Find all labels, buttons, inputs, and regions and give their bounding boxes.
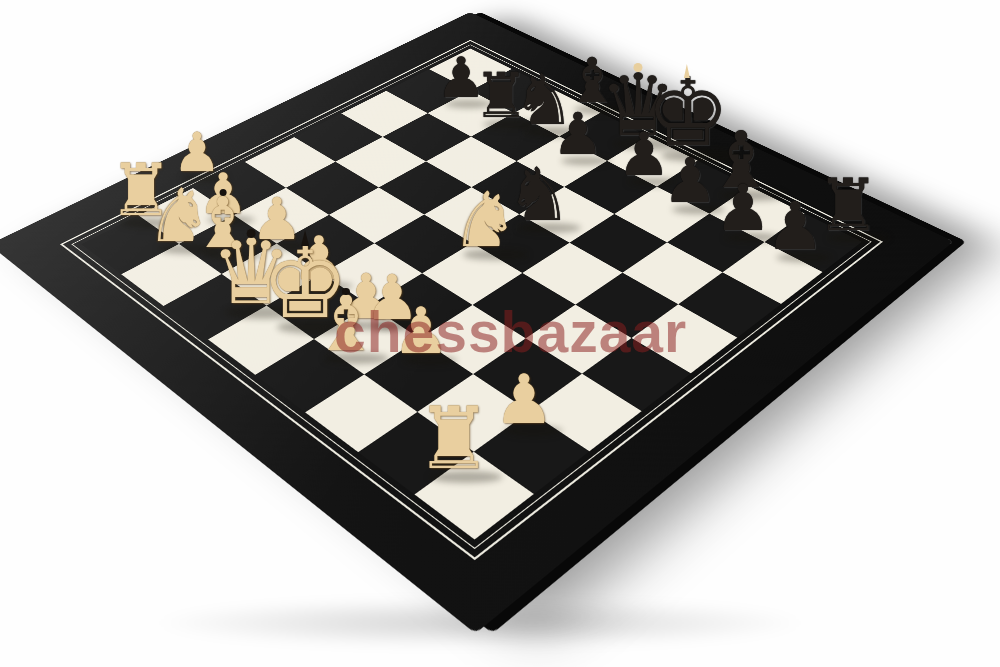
piece-black-p-g7[interactable]: ♟ [714,176,771,240]
white-bishop-glyph: ♝ [312,286,380,362]
black-rook-glyph: ♜ [816,169,881,241]
piece-white-n-e4[interactable]: ♞ [451,182,519,258]
white-pawn-glyph: ♟ [392,299,449,363]
white-pawn-glyph: ♟ [494,366,555,434]
white-knight-glyph: ♞ [451,182,519,258]
finial-cone-dark [301,230,309,246]
piece-black-p-h7[interactable]: ♟ [765,194,824,260]
finial-cone-light [684,64,690,78]
product-photo-stage: ♟♝♜♞♛♚♟♟♟♝♟♟♜♞♟♜♟♞♝♞♟♟♛♟♟♚♝♟♟♜ chessbaza… [0,0,1000,667]
finial-dot-dark [342,288,350,296]
piece-white-b-f1[interactable]: ♝ [312,286,380,362]
piece-white-r-h1[interactable]: ♜ [415,395,492,481]
piece-white-p-h2[interactable]: ♟ [494,366,555,434]
piece-black-r-h8[interactable]: ♜ [816,169,881,241]
black-pawn-glyph: ♟ [765,194,824,260]
white-rook-glyph: ♜ [415,395,492,481]
black-pawn-glyph: ♟ [714,176,771,240]
piece-black-p-f7[interactable]: ♟ [662,150,718,212]
finial-dot-dark [247,229,256,238]
piece-white-p-g2[interactable]: ♟ [392,299,449,363]
black-pawn-glyph: ♟ [662,150,718,212]
